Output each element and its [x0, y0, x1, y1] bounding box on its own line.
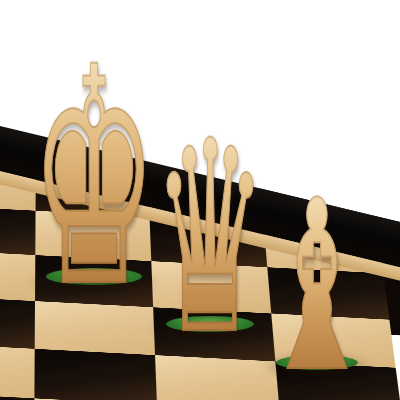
chess-product-photo: ♚♛♝ [0, 0, 400, 400]
white-queen: ♛ [153, 106, 267, 371]
board-square-light [0, 343, 35, 399]
white-king: ♚ [31, 29, 157, 329]
board-square-dark [34, 349, 157, 400]
white-bishop: ♝ [260, 169, 374, 400]
board-square-dark [0, 295, 35, 349]
